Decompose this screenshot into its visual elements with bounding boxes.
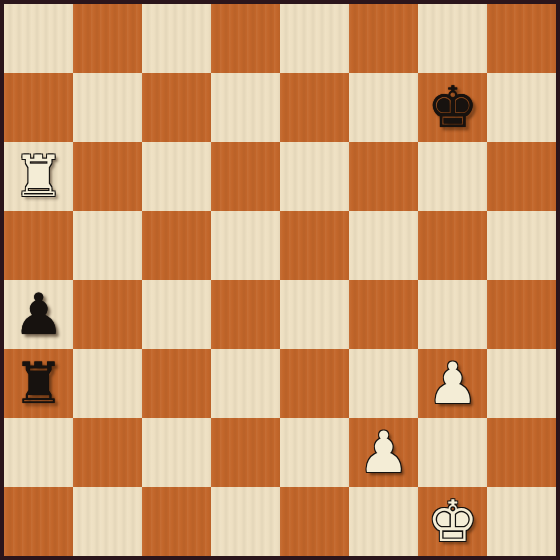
piece-black-rook-a3[interactable]: ♜: [13, 349, 64, 418]
square-g1[interactable]: ♚: [418, 487, 487, 556]
square-b4[interactable]: [73, 280, 142, 349]
square-h8[interactable]: [487, 4, 556, 73]
square-c7[interactable]: [142, 73, 211, 142]
square-b2[interactable]: [73, 418, 142, 487]
square-a4[interactable]: ♟: [4, 280, 73, 349]
square-c8[interactable]: [142, 4, 211, 73]
square-h4[interactable]: [487, 280, 556, 349]
square-f7[interactable]: [349, 73, 418, 142]
square-b8[interactable]: [73, 4, 142, 73]
square-f2[interactable]: ♟: [349, 418, 418, 487]
square-g3[interactable]: ♟: [418, 349, 487, 418]
square-a7[interactable]: [4, 73, 73, 142]
piece-white-pawn-f2[interactable]: ♟: [358, 418, 409, 487]
square-e3[interactable]: [280, 349, 349, 418]
piece-black-pawn-a4[interactable]: ♟: [13, 280, 64, 349]
square-g5[interactable]: [418, 211, 487, 280]
square-h7[interactable]: [487, 73, 556, 142]
piece-black-king-g7[interactable]: ♚: [427, 73, 478, 142]
square-h2[interactable]: [487, 418, 556, 487]
square-e2[interactable]: [280, 418, 349, 487]
piece-white-king-g1[interactable]: ♚: [427, 487, 478, 556]
square-a1[interactable]: [4, 487, 73, 556]
square-b3[interactable]: [73, 349, 142, 418]
square-a3[interactable]: ♜: [4, 349, 73, 418]
square-e7[interactable]: [280, 73, 349, 142]
square-d4[interactable]: [211, 280, 280, 349]
square-g2[interactable]: [418, 418, 487, 487]
square-f4[interactable]: [349, 280, 418, 349]
square-b1[interactable]: [73, 487, 142, 556]
square-f1[interactable]: [349, 487, 418, 556]
square-h5[interactable]: [487, 211, 556, 280]
chess-board-window: ♚♜♟♜♟♟♚: [0, 0, 560, 560]
square-d6[interactable]: [211, 142, 280, 211]
square-c5[interactable]: [142, 211, 211, 280]
square-b5[interactable]: [73, 211, 142, 280]
square-g6[interactable]: [418, 142, 487, 211]
square-e5[interactable]: [280, 211, 349, 280]
square-b6[interactable]: [73, 142, 142, 211]
square-f8[interactable]: [349, 4, 418, 73]
square-a2[interactable]: [4, 418, 73, 487]
square-c4[interactable]: [142, 280, 211, 349]
square-g7[interactable]: ♚: [418, 73, 487, 142]
chess-board: ♚♜♟♜♟♟♚: [0, 0, 560, 560]
square-g8[interactable]: [418, 4, 487, 73]
square-h3[interactable]: [487, 349, 556, 418]
square-d5[interactable]: [211, 211, 280, 280]
square-d8[interactable]: [211, 4, 280, 73]
square-g4[interactable]: [418, 280, 487, 349]
square-e4[interactable]: [280, 280, 349, 349]
square-c2[interactable]: [142, 418, 211, 487]
square-a8[interactable]: [4, 4, 73, 73]
square-c3[interactable]: [142, 349, 211, 418]
square-e8[interactable]: [280, 4, 349, 73]
square-h1[interactable]: [487, 487, 556, 556]
square-d2[interactable]: [211, 418, 280, 487]
square-e1[interactable]: [280, 487, 349, 556]
square-e6[interactable]: [280, 142, 349, 211]
square-f3[interactable]: [349, 349, 418, 418]
square-f5[interactable]: [349, 211, 418, 280]
square-d3[interactable]: [211, 349, 280, 418]
square-h6[interactable]: [487, 142, 556, 211]
square-c1[interactable]: [142, 487, 211, 556]
square-a6[interactable]: ♜: [4, 142, 73, 211]
square-f6[interactable]: [349, 142, 418, 211]
square-a5[interactable]: [4, 211, 73, 280]
square-d1[interactable]: [211, 487, 280, 556]
piece-white-pawn-g3[interactable]: ♟: [427, 349, 478, 418]
square-b7[interactable]: [73, 73, 142, 142]
square-d7[interactable]: [211, 73, 280, 142]
square-c6[interactable]: [142, 142, 211, 211]
piece-white-rook-a6[interactable]: ♜: [13, 142, 64, 211]
